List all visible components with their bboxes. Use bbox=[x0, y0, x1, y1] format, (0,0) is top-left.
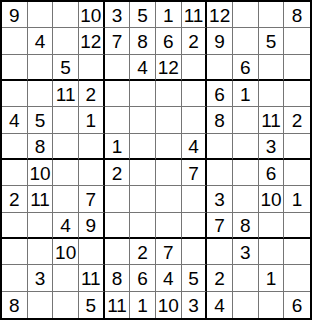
cell-r2c6[interactable]: 8 bbox=[130, 28, 156, 54]
cell-r1c4[interactable]: 10 bbox=[79, 2, 105, 28]
cell-r10c4[interactable] bbox=[79, 239, 105, 265]
cell-r7c12[interactable] bbox=[284, 160, 310, 186]
cell-r5c7[interactable] bbox=[156, 107, 182, 133]
cell-r8c8[interactable] bbox=[182, 186, 208, 212]
cell-r9c3[interactable]: 4 bbox=[53, 213, 79, 239]
cell-r6c8[interactable]: 4 bbox=[182, 134, 208, 160]
cell-r1c5[interactable]: 3 bbox=[105, 2, 131, 28]
cell-r3c10[interactable]: 6 bbox=[233, 55, 259, 81]
cell-r11c10[interactable] bbox=[233, 265, 259, 291]
cell-r6c4[interactable] bbox=[79, 134, 105, 160]
cell-r8c3[interactable] bbox=[53, 186, 79, 212]
sudoku-board: 9103511112841278629554126112614518112814… bbox=[0, 0, 312, 320]
cell-r10c9[interactable] bbox=[207, 239, 233, 265]
cell-r3c4[interactable] bbox=[79, 55, 105, 81]
cell-r8c2[interactable]: 11 bbox=[28, 186, 54, 212]
cell-r3c9[interactable] bbox=[207, 55, 233, 81]
cell-r3c2[interactable] bbox=[28, 55, 54, 81]
cell-r12c2[interactable] bbox=[28, 292, 54, 318]
cell-r11c3[interactable] bbox=[53, 265, 79, 291]
cell-r5c10[interactable] bbox=[233, 107, 259, 133]
cell-r1c1[interactable]: 9 bbox=[2, 2, 28, 28]
cell-r1c7[interactable]: 1 bbox=[156, 2, 182, 28]
cell-r5c4[interactable]: 1 bbox=[79, 107, 105, 133]
cell-r4c3[interactable]: 11 bbox=[53, 81, 79, 107]
cell-r3c1[interactable] bbox=[2, 55, 28, 81]
cell-r8c4[interactable]: 7 bbox=[79, 186, 105, 212]
cell-r6c7[interactable] bbox=[156, 134, 182, 160]
cell-r10c2[interactable] bbox=[28, 239, 54, 265]
cell-r1c6[interactable]: 5 bbox=[130, 2, 156, 28]
cell-r1c3[interactable] bbox=[53, 2, 79, 28]
cell-r12c1[interactable]: 8 bbox=[2, 292, 28, 318]
cell-r4c5[interactable] bbox=[105, 81, 131, 107]
cell-r4c2[interactable] bbox=[28, 81, 54, 107]
cell-r2c2[interactable]: 4 bbox=[28, 28, 54, 54]
cell-r6c11[interactable]: 3 bbox=[259, 134, 285, 160]
cell-r8c1[interactable]: 2 bbox=[2, 186, 28, 212]
cell-r5c11[interactable]: 11 bbox=[259, 107, 285, 133]
cell-r8c5[interactable] bbox=[105, 186, 131, 212]
cell-r10c11[interactable] bbox=[259, 239, 285, 265]
cell-r4c1[interactable] bbox=[2, 81, 28, 107]
cell-r9c10[interactable]: 8 bbox=[233, 213, 259, 239]
cell-r11c6[interactable]: 6 bbox=[130, 265, 156, 291]
cell-r12c8[interactable]: 3 bbox=[182, 292, 208, 318]
cell-r1c2[interactable] bbox=[28, 2, 54, 28]
cell-r2c1[interactable] bbox=[2, 28, 28, 54]
cell-r10c5[interactable] bbox=[105, 239, 131, 265]
cell-r5c12[interactable]: 2 bbox=[284, 107, 310, 133]
cell-r6c12[interactable] bbox=[284, 134, 310, 160]
cell-r12c10[interactable] bbox=[233, 292, 259, 318]
cell-r5c1[interactable]: 4 bbox=[2, 107, 28, 133]
cell-r3c8[interactable] bbox=[182, 55, 208, 81]
cell-r9c4[interactable]: 9 bbox=[79, 213, 105, 239]
cell-r1c12[interactable]: 8 bbox=[284, 2, 310, 28]
cell-r8c12[interactable]: 1 bbox=[284, 186, 310, 212]
cell-r5c5[interactable] bbox=[105, 107, 131, 133]
cell-r4c9[interactable]: 6 bbox=[207, 81, 233, 107]
cell-r11c7[interactable]: 4 bbox=[156, 265, 182, 291]
cell-r11c9[interactable]: 2 bbox=[207, 265, 233, 291]
cell-r2c4[interactable]: 12 bbox=[79, 28, 105, 54]
cell-r12c9[interactable]: 4 bbox=[207, 292, 233, 318]
cell-r10c7[interactable]: 7 bbox=[156, 239, 182, 265]
cell-r6c5[interactable]: 1 bbox=[105, 134, 131, 160]
cell-r9c1[interactable] bbox=[2, 213, 28, 239]
cell-r7c11[interactable]: 6 bbox=[259, 160, 285, 186]
cell-r5c6[interactable] bbox=[130, 107, 156, 133]
cell-r9c6[interactable] bbox=[130, 213, 156, 239]
cell-r9c11[interactable] bbox=[259, 213, 285, 239]
cell-r8c7[interactable] bbox=[156, 186, 182, 212]
cell-r9c5[interactable] bbox=[105, 213, 131, 239]
cell-r7c3[interactable] bbox=[53, 160, 79, 186]
cell-r1c11[interactable] bbox=[259, 2, 285, 28]
cell-r4c11[interactable] bbox=[259, 81, 285, 107]
cell-r9c7[interactable] bbox=[156, 213, 182, 239]
cell-r4c12[interactable] bbox=[284, 81, 310, 107]
cell-r6c9[interactable] bbox=[207, 134, 233, 160]
cell-r2c5[interactable]: 7 bbox=[105, 28, 131, 54]
cell-r10c6[interactable]: 2 bbox=[130, 239, 156, 265]
cell-r4c7[interactable] bbox=[156, 81, 182, 107]
cell-r4c8[interactable] bbox=[182, 81, 208, 107]
cell-r7c1[interactable] bbox=[2, 160, 28, 186]
cell-r2c3[interactable] bbox=[53, 28, 79, 54]
cell-r8c6[interactable] bbox=[130, 186, 156, 212]
cell-r4c10[interactable]: 1 bbox=[233, 81, 259, 107]
cell-r6c1[interactable] bbox=[2, 134, 28, 160]
cell-r12c6[interactable]: 1 bbox=[130, 292, 156, 318]
cell-r7c10[interactable] bbox=[233, 160, 259, 186]
cell-r6c3[interactable] bbox=[53, 134, 79, 160]
cell-r8c11[interactable]: 10 bbox=[259, 186, 285, 212]
cell-r9c2[interactable] bbox=[28, 213, 54, 239]
cell-r1c8[interactable]: 11 bbox=[182, 2, 208, 28]
cell-r3c6[interactable]: 4 bbox=[130, 55, 156, 81]
cell-r4c4[interactable]: 2 bbox=[79, 81, 105, 107]
cell-r2c12[interactable] bbox=[284, 28, 310, 54]
cell-r7c9[interactable] bbox=[207, 160, 233, 186]
cell-r11c5[interactable]: 8 bbox=[105, 265, 131, 291]
cell-r3c3[interactable]: 5 bbox=[53, 55, 79, 81]
cell-r12c7[interactable]: 10 bbox=[156, 292, 182, 318]
cell-r11c11[interactable]: 1 bbox=[259, 265, 285, 291]
cell-r8c10[interactable] bbox=[233, 186, 259, 212]
cell-r1c10[interactable] bbox=[233, 2, 259, 28]
cell-r2c8[interactable]: 2 bbox=[182, 28, 208, 54]
cell-r4c6[interactable] bbox=[130, 81, 156, 107]
cell-r12c5[interactable]: 11 bbox=[105, 292, 131, 318]
cell-r5c9[interactable]: 8 bbox=[207, 107, 233, 133]
cell-r3c11[interactable] bbox=[259, 55, 285, 81]
cell-r7c7[interactable] bbox=[156, 160, 182, 186]
cell-r3c7[interactable]: 12 bbox=[156, 55, 182, 81]
cell-r5c8[interactable] bbox=[182, 107, 208, 133]
cell-r10c1[interactable] bbox=[2, 239, 28, 265]
cell-r2c9[interactable]: 9 bbox=[207, 28, 233, 54]
cell-r9c9[interactable]: 7 bbox=[207, 213, 233, 239]
cell-r12c11[interactable] bbox=[259, 292, 285, 318]
cell-r7c8[interactable]: 7 bbox=[182, 160, 208, 186]
cell-r6c10[interactable] bbox=[233, 134, 259, 160]
cell-r12c3[interactable] bbox=[53, 292, 79, 318]
cell-r9c8[interactable] bbox=[182, 213, 208, 239]
cell-r10c8[interactable] bbox=[182, 239, 208, 265]
cell-r3c12[interactable] bbox=[284, 55, 310, 81]
cell-r2c10[interactable] bbox=[233, 28, 259, 54]
cell-r11c2[interactable]: 3 bbox=[28, 265, 54, 291]
cell-r11c4[interactable]: 11 bbox=[79, 265, 105, 291]
cell-r9c12[interactable] bbox=[284, 213, 310, 239]
cell-r5c2[interactable]: 5 bbox=[28, 107, 54, 133]
cell-r10c3[interactable]: 10 bbox=[53, 239, 79, 265]
cell-r5c3[interactable] bbox=[53, 107, 79, 133]
cell-r2c7[interactable]: 6 bbox=[156, 28, 182, 54]
cell-r7c6[interactable] bbox=[130, 160, 156, 186]
cell-r3c5[interactable] bbox=[105, 55, 131, 81]
cell-r8c9[interactable]: 3 bbox=[207, 186, 233, 212]
cell-r7c4[interactable] bbox=[79, 160, 105, 186]
cell-r11c8[interactable]: 5 bbox=[182, 265, 208, 291]
cell-r6c6[interactable] bbox=[130, 134, 156, 160]
cell-r7c2[interactable]: 10 bbox=[28, 160, 54, 186]
cell-r7c5[interactable]: 2 bbox=[105, 160, 131, 186]
cell-r10c10[interactable]: 3 bbox=[233, 239, 259, 265]
cell-r2c11[interactable]: 5 bbox=[259, 28, 285, 54]
cell-r12c12[interactable]: 6 bbox=[284, 292, 310, 318]
cell-r10c12[interactable] bbox=[284, 239, 310, 265]
cell-r6c2[interactable]: 8 bbox=[28, 134, 54, 160]
cell-r1c9[interactable]: 12 bbox=[207, 2, 233, 28]
cell-r12c4[interactable]: 5 bbox=[79, 292, 105, 318]
cell-r11c12[interactable] bbox=[284, 265, 310, 291]
cell-r11c1[interactable] bbox=[2, 265, 28, 291]
